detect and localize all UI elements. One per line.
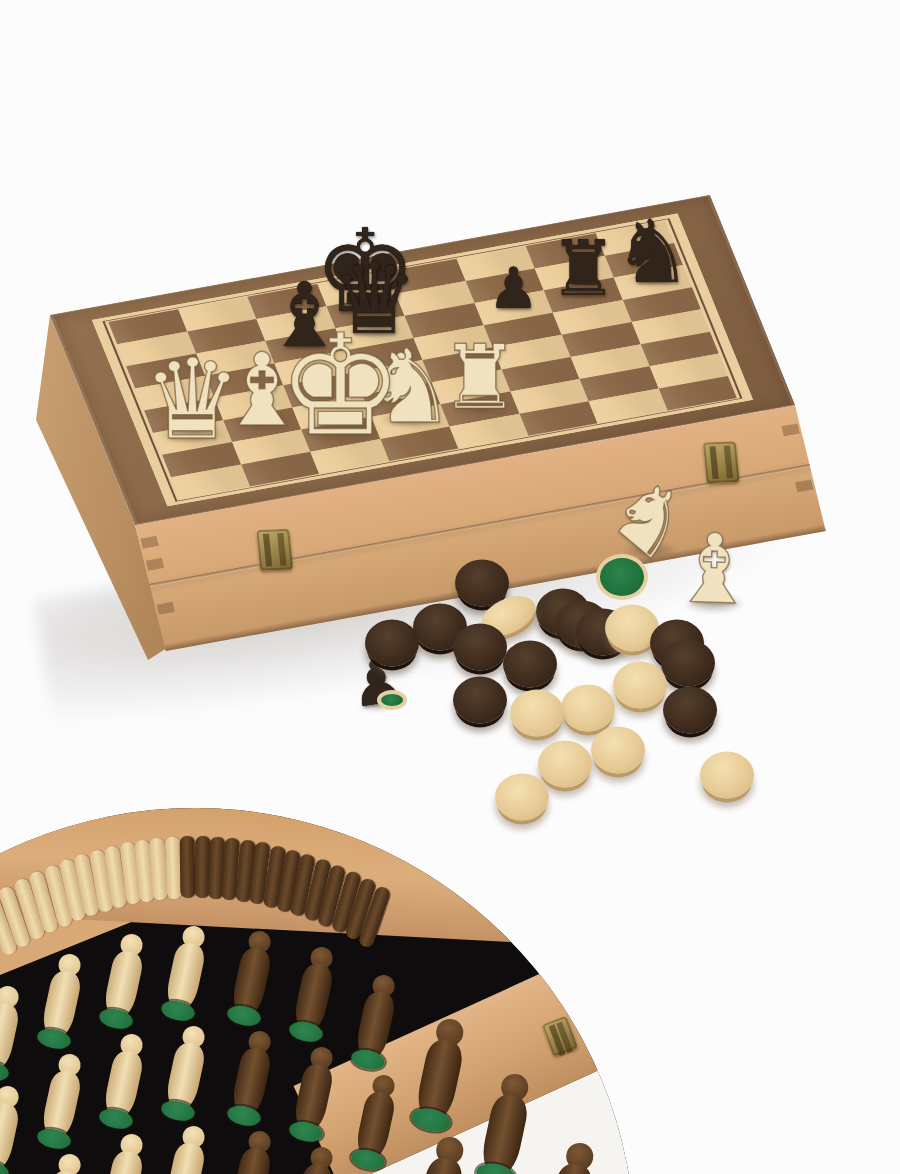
- dovetail-joint: [157, 602, 175, 615]
- brass-latch-left: [256, 529, 293, 571]
- dovetail-joint: [140, 536, 158, 549]
- stored-light-pawn: [161, 923, 210, 1023]
- stored-light-pawn: [37, 1151, 86, 1174]
- stored-light-pawn: [161, 1123, 210, 1174]
- dovetail-joint: [781, 423, 799, 436]
- green-felt-base: [377, 690, 407, 710]
- green-felt-base: [596, 554, 648, 600]
- stored-dark-pawn: [227, 928, 276, 1028]
- light-checker-disc: [700, 752, 754, 799]
- light-checker-disc: [510, 690, 564, 737]
- stored-dark-pawn: [227, 1028, 276, 1128]
- white-queen-on-a3: ♛: [142, 344, 242, 455]
- stored-light-pawn: [161, 1023, 210, 1123]
- stored-piece-part: [163, 1141, 206, 1174]
- interior-inset-photo: [0, 808, 635, 1174]
- dovetail-joint: [795, 479, 813, 492]
- stored-piece-part: [0, 1001, 21, 1074]
- stored-dark-pawn: [227, 1128, 276, 1174]
- stored-light-pawn: [99, 1131, 148, 1174]
- product-photo-chess-set: { "game": "chess (folding wooden box set…: [0, 0, 900, 1174]
- inset-brass-latch: [542, 1016, 578, 1057]
- stored-dark-pawn: [289, 1144, 338, 1174]
- stored-light-pawn: [37, 1051, 86, 1151]
- stored-dark-pawn: [289, 944, 338, 1044]
- light-checker-disc: [591, 727, 645, 774]
- dark-checker-disc: [365, 620, 419, 667]
- dark-checker-disc: [453, 677, 507, 724]
- stored-light-pawn: [99, 1031, 148, 1131]
- brass-latch-right: [703, 441, 740, 483]
- light-checker-disc: [561, 685, 615, 732]
- light-checker-disc: [495, 774, 549, 821]
- black-rook-on-g6: ♜: [549, 231, 617, 307]
- stored-light-pawn: [0, 1083, 25, 1174]
- stored-light-pawn: [37, 951, 86, 1051]
- stored-light-pawn: [99, 931, 148, 1031]
- light-checker-disc: [613, 662, 667, 709]
- dark-checker-disc: [661, 640, 715, 687]
- dark-checker-disc: [503, 641, 557, 688]
- dark-checker-on-edge: [180, 836, 196, 898]
- black-pawn-on-f6: ♟: [488, 260, 539, 317]
- dark-checker-disc: [663, 687, 717, 734]
- dovetail-joint: [146, 558, 164, 571]
- white-king-on-c2: ♚: [278, 317, 403, 457]
- black-knight-on-h6: ♞: [613, 209, 691, 296]
- dark-checker-disc: [453, 624, 507, 671]
- light-checker-disc: [538, 741, 592, 788]
- stored-light-pawn: [0, 983, 25, 1083]
- stored-piece-part: [0, 1101, 21, 1174]
